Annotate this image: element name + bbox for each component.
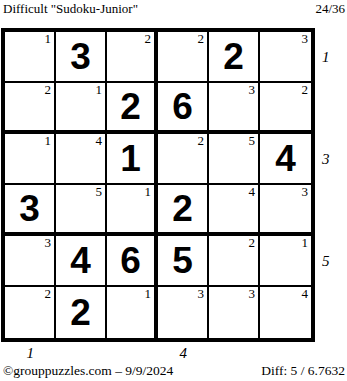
corner-mark: 2 [45, 82, 52, 97]
corner-mark: 3 [198, 286, 205, 301]
corner-mark: 3 [249, 82, 256, 97]
cell-r5c4[interactable]: 5 [158, 236, 209, 287]
cell-r3c1[interactable]: 1 [5, 134, 56, 185]
given-digit: 5 [172, 242, 193, 279]
corner-mark: 5 [249, 133, 256, 148]
cell-r3c4[interactable]: 2 [158, 134, 209, 185]
corner-mark: 4 [96, 133, 103, 148]
cell-r1c5[interactable]: 2 [209, 32, 260, 83]
corner-mark: 1 [45, 133, 52, 148]
cell-r5c1[interactable]: 3 [5, 236, 56, 287]
corner-mark: 3 [302, 31, 309, 46]
cell-r2c5[interactable]: 3 [209, 83, 260, 134]
given-digit: 3 [70, 38, 91, 75]
cell-r6c1[interactable]: 2 [5, 287, 56, 338]
difficulty-text: Diff: 5 / 6.7632 [261, 363, 345, 379]
cell-r6c6[interactable]: 4 [260, 287, 311, 338]
col-label-1: 1 [27, 346, 35, 361]
row-label-3: 3 [322, 152, 330, 167]
cell-r4c5[interactable]: 4 [209, 185, 260, 236]
corner-mark: 1 [302, 235, 309, 250]
given-digit: 6 [172, 88, 193, 125]
puzzle-page: Difficult "Sudoku-Junior" 24/36 13222321… [0, 0, 347, 381]
corner-mark: 1 [45, 31, 52, 46]
cell-r3c5[interactable]: 5 [209, 134, 260, 185]
corner-mark: 3 [249, 286, 256, 301]
cell-r6c5[interactable]: 3 [209, 287, 260, 338]
given-digit: 2 [172, 190, 193, 227]
cell-r2c2[interactable]: 1 [56, 83, 107, 134]
copyright-text: ©grouppuzzles.com – 9/9/2024 [3, 363, 173, 379]
cell-r1c2[interactable]: 3 [56, 32, 107, 83]
col-label-4: 4 [180, 346, 188, 361]
cell-r3c3[interactable]: 1 [107, 134, 158, 185]
given-digit: 4 [275, 140, 296, 177]
row-label-5: 5 [322, 254, 330, 269]
cell-r3c6[interactable]: 4 [260, 134, 311, 185]
cell-r5c3[interactable]: 6 [107, 236, 158, 287]
header: Difficult "Sudoku-Junior" 24/36 [3, 1, 345, 16]
corner-mark: 2 [45, 286, 52, 301]
corner-mark: 2 [249, 235, 256, 250]
cell-r4c2[interactable]: 5 [56, 185, 107, 236]
cell-r1c3[interactable]: 2 [107, 32, 158, 83]
cell-r5c5[interactable]: 2 [209, 236, 260, 287]
cell-r6c2[interactable]: 2 [56, 287, 107, 338]
corner-mark: 2 [302, 82, 309, 97]
cell-r5c6[interactable]: 1 [260, 236, 311, 287]
given-digit: 1 [120, 140, 141, 177]
corner-mark: 1 [145, 184, 152, 199]
board: 132223212632141254351243346521221334 [1, 28, 315, 342]
corner-mark: 1 [96, 82, 103, 97]
corner-mark: 3 [302, 184, 309, 199]
corner-mark: 1 [145, 286, 152, 301]
clue-counter: 24/36 [315, 1, 345, 16]
cell-r5c2[interactable]: 4 [56, 236, 107, 287]
cell-r6c4[interactable]: 3 [158, 287, 209, 338]
given-digit: 2 [120, 88, 141, 125]
cell-r1c6[interactable]: 3 [260, 32, 311, 83]
cell-r1c4[interactable]: 2 [158, 32, 209, 83]
corner-mark: 2 [145, 31, 152, 46]
given-digit: 4 [70, 242, 91, 279]
corner-mark: 4 [302, 286, 309, 301]
page-title: Difficult "Sudoku-Junior" [3, 1, 138, 16]
corner-mark: 2 [198, 31, 205, 46]
footer: ©grouppuzzles.com – 9/9/2024 Diff: 5 / 6… [3, 363, 345, 379]
given-digit: 3 [19, 190, 40, 227]
cell-r4c6[interactable]: 3 [260, 185, 311, 236]
cell-r2c4[interactable]: 6 [158, 83, 209, 134]
cell-r2c6[interactable]: 2 [260, 83, 311, 134]
cell-r3c2[interactable]: 4 [56, 134, 107, 185]
row-label-1: 1 [322, 50, 330, 65]
corner-mark: 3 [45, 235, 52, 250]
cell-r2c1[interactable]: 2 [5, 83, 56, 134]
given-digit: 6 [120, 242, 141, 279]
cell-r4c3[interactable]: 1 [107, 185, 158, 236]
cell-r2c3[interactable]: 2 [107, 83, 158, 134]
cell-r4c1[interactable]: 3 [5, 185, 56, 236]
corner-mark: 4 [249, 184, 256, 199]
given-digit: 2 [70, 294, 91, 331]
cell-r1c1[interactable]: 1 [5, 32, 56, 83]
given-digit: 2 [223, 38, 244, 75]
cell-r4c4[interactable]: 2 [158, 185, 209, 236]
corner-mark: 2 [198, 133, 205, 148]
board-wrap: 132223212632141254351243346521221334 135… [1, 28, 315, 342]
cell-r6c3[interactable]: 1 [107, 287, 158, 338]
corner-mark: 5 [96, 184, 103, 199]
